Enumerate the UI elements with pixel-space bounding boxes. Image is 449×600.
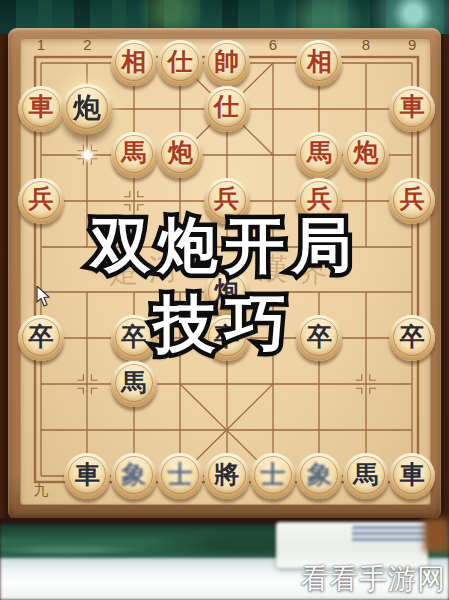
piece-black-advisor[interactable]: 士 <box>157 453 203 499</box>
piece-red-cannon[interactable]: 炮 <box>157 132 203 178</box>
piece-character: 馬 <box>121 140 146 165</box>
piece-character: 兵 <box>29 186 54 211</box>
piece-black-general[interactable]: 將 <box>204 453 250 499</box>
piece-character: 炮 <box>353 140 378 165</box>
piece-black-horse[interactable]: 馬 <box>343 453 389 499</box>
piece-black-elephant[interactable]: 象 <box>111 453 157 499</box>
piece-character: 兵 <box>307 186 332 211</box>
piece-character: 士 <box>168 462 193 487</box>
piece-character: 相 <box>307 49 332 74</box>
piece-red-cannon[interactable]: 炮 <box>343 132 389 178</box>
piece-red-advisor[interactable]: 仕 <box>204 86 250 132</box>
piece-character: 炮 <box>214 278 239 303</box>
piece-red-soldier[interactable]: 兵 <box>389 178 435 224</box>
watermark-text: 看看手游网 <box>301 560 446 598</box>
piece-red-horse[interactable]: 馬 <box>296 132 342 178</box>
column-label-bottom: 九 <box>26 481 56 500</box>
piece-character: 車 <box>400 462 425 487</box>
piece-character: 車 <box>400 94 425 119</box>
piece-character: 士 <box>261 462 286 487</box>
move-sparkle-effect: ✦ <box>74 142 100 168</box>
column-label-top: 6 <box>258 36 288 53</box>
piece-character: 兵 <box>214 186 239 211</box>
piece-character: 相 <box>121 49 146 74</box>
piece-red-chariot[interactable]: 車 <box>18 86 64 132</box>
piece-red-soldier[interactable]: 兵 <box>204 178 250 224</box>
piece-black-horse[interactable]: 馬 <box>111 361 157 407</box>
piece-character: 卒 <box>121 324 146 349</box>
piece-red-elephant[interactable]: 相 <box>111 40 157 86</box>
piece-character: 仕 <box>168 49 193 74</box>
piece-black-cannon[interactable]: 炮 <box>62 84 113 135</box>
piece-red-advisor[interactable]: 仕 <box>157 40 203 86</box>
piece-black-soldier[interactable]: 卒 <box>111 315 157 361</box>
piece-red-soldier[interactable]: 兵 <box>296 178 342 224</box>
piece-red-general[interactable]: 帥 <box>204 40 250 86</box>
piece-character: 車 <box>75 462 100 487</box>
piece-character: 卒 <box>29 324 54 349</box>
warm-corner-blob <box>424 518 449 552</box>
piece-black-advisor[interactable]: 士 <box>250 453 296 499</box>
river-label-han: 漢界 <box>257 248 339 293</box>
piece-character: 仕 <box>214 94 239 119</box>
piece-character: 卒 <box>214 324 239 349</box>
column-label-top: 9 <box>397 36 427 53</box>
piece-character: 帥 <box>214 49 239 74</box>
piece-character: 炮 <box>168 140 193 165</box>
piece-black-chariot[interactable]: 車 <box>389 453 435 499</box>
book-spines <box>352 526 428 544</box>
piece-character: 車 <box>29 94 54 119</box>
piece-red-soldier[interactable]: 兵 <box>18 178 64 224</box>
piece-character: 將 <box>214 462 239 487</box>
piece-character: 馬 <box>307 140 332 165</box>
mouse-cursor-icon <box>36 286 53 308</box>
column-label-top: 1 <box>26 36 56 53</box>
column-label-top: 2 <box>72 36 102 53</box>
piece-black-cannon[interactable]: 炮 <box>204 270 250 316</box>
column-label-top: 8 <box>351 36 381 53</box>
piece-character: 卒 <box>307 324 332 349</box>
piece-character: 象 <box>121 462 146 487</box>
piece-character: 馬 <box>353 462 378 487</box>
piece-black-soldier[interactable]: 卒 <box>204 315 250 361</box>
piece-character: 馬 <box>121 370 146 395</box>
piece-red-chariot[interactable]: 車 <box>389 86 435 132</box>
river-label-chu: 楚河 <box>107 248 189 293</box>
piece-character: 炮 <box>74 93 102 121</box>
piece-character: 兵 <box>400 186 425 211</box>
screenshot-stage: 123456789九八七六五四三二一 楚河 漢界 相仕帥相車仕車馬炮馬炮兵兵兵兵… <box>0 0 449 600</box>
piece-red-horse[interactable]: 馬 <box>111 132 157 178</box>
piece-character: 卒 <box>400 324 425 349</box>
piece-character: 象 <box>307 462 332 487</box>
